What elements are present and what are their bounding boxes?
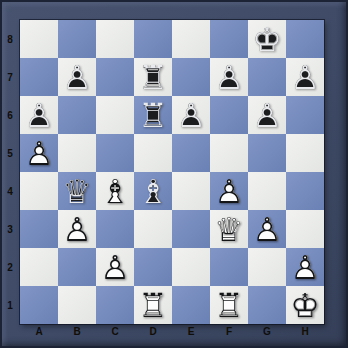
square-c3[interactable] — [96, 210, 134, 248]
file-label-e: E — [172, 324, 210, 344]
piece-white-pawn[interactable]: ♟♙ — [210, 172, 248, 210]
piece-outline-glyph: ♙ — [20, 96, 58, 134]
square-d7[interactable]: ♜♖ — [134, 58, 172, 96]
square-f8[interactable] — [210, 20, 248, 58]
square-a6[interactable]: ♟♙ — [20, 96, 58, 134]
square-e4[interactable] — [172, 172, 210, 210]
piece-white-pawn[interactable]: ♟♙ — [248, 210, 286, 248]
piece-black-bishop[interactable]: ♝♗ — [134, 172, 172, 210]
piece-outline-glyph: ♖ — [134, 58, 172, 96]
square-e1[interactable] — [172, 286, 210, 324]
square-f6[interactable] — [210, 96, 248, 134]
square-d8[interactable] — [134, 20, 172, 58]
rank-label-3: 3 — [0, 210, 20, 248]
square-g1[interactable] — [248, 286, 286, 324]
piece-outline-glyph: ♙ — [286, 248, 324, 286]
rank-label-1: 1 — [0, 286, 20, 324]
square-b7[interactable]: ♟♙ — [58, 58, 96, 96]
square-c2[interactable]: ♟♙ — [96, 248, 134, 286]
piece-outline-glyph: ♙ — [248, 210, 286, 248]
square-e7[interactable] — [172, 58, 210, 96]
rank-label-7: 7 — [0, 58, 20, 96]
square-f5[interactable] — [210, 134, 248, 172]
square-g3[interactable]: ♟♙ — [248, 210, 286, 248]
piece-white-bishop[interactable]: ♝♗ — [96, 172, 134, 210]
piece-outline-glyph: ♕ — [58, 172, 96, 210]
rank-label-8: 8 — [0, 20, 20, 58]
piece-black-pawn[interactable]: ♟♙ — [58, 58, 96, 96]
piece-white-pawn[interactable]: ♟♙ — [96, 248, 134, 286]
piece-white-pawn[interactable]: ♟♙ — [286, 248, 324, 286]
rank-label-4: 4 — [0, 172, 20, 210]
square-b3[interactable]: ♟♙ — [58, 210, 96, 248]
file-labels: ABCDEFGH — [20, 324, 324, 344]
square-c8[interactable] — [96, 20, 134, 58]
piece-white-pawn[interactable]: ♟♙ — [58, 210, 96, 248]
piece-black-pawn[interactable]: ♟♙ — [248, 96, 286, 134]
square-b4[interactable]: ♛♕ — [58, 172, 96, 210]
piece-outline-glyph: ♗ — [96, 172, 134, 210]
square-d3[interactable] — [134, 210, 172, 248]
square-c7[interactable] — [96, 58, 134, 96]
piece-outline-glyph: ♖ — [210, 286, 248, 324]
rank-labels: 87654321 — [0, 20, 20, 324]
rank-label-6: 6 — [0, 96, 20, 134]
piece-black-queen[interactable]: ♛♕ — [58, 172, 96, 210]
square-b8[interactable] — [58, 20, 96, 58]
square-d4[interactable]: ♝♗ — [134, 172, 172, 210]
square-d1[interactable]: ♜♖ — [134, 286, 172, 324]
file-label-g: G — [248, 324, 286, 344]
piece-black-pawn[interactable]: ♟♙ — [172, 96, 210, 134]
piece-black-rook[interactable]: ♜♖ — [134, 96, 172, 134]
square-c4[interactable]: ♝♗ — [96, 172, 134, 210]
square-g7[interactable] — [248, 58, 286, 96]
square-h5[interactable] — [286, 134, 324, 172]
rank-label-5: 5 — [0, 134, 20, 172]
square-g6[interactable]: ♟♙ — [248, 96, 286, 134]
piece-white-rook[interactable]: ♜♖ — [134, 286, 172, 324]
piece-black-rook[interactable]: ♜♖ — [134, 58, 172, 96]
file-label-d: D — [134, 324, 172, 344]
square-a4[interactable] — [20, 172, 58, 210]
piece-white-rook[interactable]: ♜♖ — [210, 286, 248, 324]
piece-outline-glyph: ♗ — [134, 172, 172, 210]
square-e8[interactable] — [172, 20, 210, 58]
square-c1[interactable] — [96, 286, 134, 324]
square-e3[interactable] — [172, 210, 210, 248]
square-h1[interactable]: ♚♔ — [286, 286, 324, 324]
square-a3[interactable] — [20, 210, 58, 248]
square-h2[interactable]: ♟♙ — [286, 248, 324, 286]
square-g4[interactable] — [248, 172, 286, 210]
piece-outline-glyph: ♙ — [20, 134, 58, 172]
square-b2[interactable] — [58, 248, 96, 286]
square-g8[interactable]: ♚♔ — [248, 20, 286, 58]
piece-black-pawn[interactable]: ♟♙ — [210, 58, 248, 96]
square-f2[interactable] — [210, 248, 248, 286]
piece-outline-glyph: ♔ — [286, 286, 324, 324]
square-b6[interactable] — [58, 96, 96, 134]
piece-outline-glyph: ♖ — [134, 286, 172, 324]
file-label-c: C — [96, 324, 134, 344]
file-label-f: F — [210, 324, 248, 344]
piece-outline-glyph: ♙ — [96, 248, 134, 286]
square-a1[interactable] — [20, 286, 58, 324]
square-b1[interactable] — [58, 286, 96, 324]
piece-white-pawn[interactable]: ♟♙ — [20, 134, 58, 172]
piece-outline-glyph: ♙ — [58, 58, 96, 96]
chess-app: 87654321 ♚♔♟♙♜♖♟♙♟♙♟♙♜♖♟♙♟♙♟♙♛♕♝♗♝♗♟♙♟♙♛… — [0, 0, 348, 348]
piece-outline-glyph: ♔ — [248, 20, 286, 58]
square-b5[interactable] — [58, 134, 96, 172]
square-c5[interactable] — [96, 134, 134, 172]
piece-white-queen[interactable]: ♛♕ — [210, 210, 248, 248]
square-h8[interactable] — [286, 20, 324, 58]
piece-outline-glyph: ♙ — [58, 210, 96, 248]
file-label-a: A — [20, 324, 58, 344]
piece-outline-glyph: ♙ — [286, 58, 324, 96]
square-e6[interactable]: ♟♙ — [172, 96, 210, 134]
file-label-h: H — [286, 324, 324, 344]
square-a5[interactable]: ♟♙ — [20, 134, 58, 172]
square-f7[interactable]: ♟♙ — [210, 58, 248, 96]
square-h7[interactable]: ♟♙ — [286, 58, 324, 96]
square-a8[interactable] — [20, 20, 58, 58]
file-label-b: B — [58, 324, 96, 344]
square-h6[interactable] — [286, 96, 324, 134]
square-f4[interactable]: ♟♙ — [210, 172, 248, 210]
chess-board[interactable]: ♚♔♟♙♜♖♟♙♟♙♟♙♜♖♟♙♟♙♟♙♛♕♝♗♝♗♟♙♟♙♛♕♟♙♟♙♟♙♜♖… — [20, 20, 324, 324]
square-c6[interactable] — [96, 96, 134, 134]
square-e2[interactable] — [172, 248, 210, 286]
square-g5[interactable] — [248, 134, 286, 172]
square-f3[interactable]: ♛♕ — [210, 210, 248, 248]
square-h4[interactable] — [286, 172, 324, 210]
piece-black-pawn[interactable]: ♟♙ — [286, 58, 324, 96]
piece-outline-glyph: ♙ — [210, 58, 248, 96]
piece-black-king[interactable]: ♚♔ — [248, 20, 286, 58]
square-h3[interactable] — [286, 210, 324, 248]
piece-black-pawn[interactable]: ♟♙ — [20, 96, 58, 134]
piece-outline-glyph: ♙ — [248, 96, 286, 134]
square-d6[interactable]: ♜♖ — [134, 96, 172, 134]
square-d5[interactable] — [134, 134, 172, 172]
square-a2[interactable] — [20, 248, 58, 286]
rank-label-2: 2 — [0, 248, 20, 286]
piece-outline-glyph: ♕ — [210, 210, 248, 248]
piece-outline-glyph: ♙ — [172, 96, 210, 134]
square-f1[interactable]: ♜♖ — [210, 286, 248, 324]
piece-outline-glyph: ♖ — [134, 96, 172, 134]
square-g2[interactable] — [248, 248, 286, 286]
square-d2[interactable] — [134, 248, 172, 286]
square-a7[interactable] — [20, 58, 58, 96]
chess-board-frame: 87654321 ♚♔♟♙♜♖♟♙♟♙♟♙♜♖♟♙♟♙♟♙♛♕♝♗♝♗♟♙♟♙♛… — [0, 0, 348, 348]
piece-white-king[interactable]: ♚♔ — [286, 286, 324, 324]
square-e5[interactable] — [172, 134, 210, 172]
piece-outline-glyph: ♙ — [210, 172, 248, 210]
